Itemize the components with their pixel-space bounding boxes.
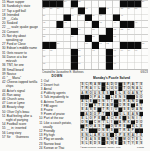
grid-cell[interactable]: 43 xyxy=(64,21,71,28)
solved-letter: A xyxy=(81,91,85,95)
clue-number: 24 xyxy=(64,1,67,3)
solved-letter: E xyxy=(106,129,110,133)
black-square xyxy=(71,63,78,70)
solved-letter: L xyxy=(85,141,89,145)
grid-cell[interactable]: 24 xyxy=(64,1,71,8)
clue-number: 57 xyxy=(92,35,95,37)
solved-letter: R xyxy=(122,129,126,133)
solved-letter: H xyxy=(97,120,101,124)
solved-letter: I xyxy=(110,108,114,112)
solved-letter: T xyxy=(122,87,126,91)
solved-letter: O xyxy=(89,124,93,128)
solved-letter: P xyxy=(131,129,135,133)
grid-cell[interactable] xyxy=(141,63,148,70)
clue-number: 55 xyxy=(43,35,46,37)
clue-51: 51 Bad feeling after a night of partying xyxy=(1,113,38,121)
grid-cell[interactable]: 50 xyxy=(78,28,85,35)
grid-cell[interactable]: 34 xyxy=(127,7,134,14)
grid-cell[interactable] xyxy=(141,49,148,56)
black-square xyxy=(106,63,113,70)
solved-letter: E xyxy=(106,141,110,145)
grid-cell[interactable]: 59 xyxy=(57,42,64,49)
clue-number: 28 xyxy=(50,7,53,9)
grid-cell[interactable] xyxy=(141,56,148,63)
grid-cell[interactable]: 70 xyxy=(127,49,134,56)
clue-number: 30 xyxy=(71,7,74,9)
solved-letter: R xyxy=(122,120,126,124)
solved-letter: G xyxy=(118,99,122,103)
solved-letter: N xyxy=(101,129,105,133)
grid-cell[interactable] xyxy=(92,63,99,70)
solved-letter: T xyxy=(101,112,105,116)
grid-cell[interactable] xyxy=(141,14,148,21)
solved-letter: E xyxy=(89,141,93,145)
clue-number: 67 xyxy=(92,49,95,51)
clue-number: 77 xyxy=(113,63,116,65)
grid-cell[interactable]: 69 xyxy=(120,49,127,56)
black-square xyxy=(106,28,113,35)
solved-letter: A xyxy=(135,108,139,112)
clue-number: 39 xyxy=(92,14,95,16)
grid-cell[interactable]: 37 xyxy=(71,14,78,21)
solved-letter: N xyxy=(131,87,135,91)
grid-cell[interactable] xyxy=(113,7,120,14)
solved-letter: A xyxy=(127,129,131,133)
grid-cell[interactable] xyxy=(85,63,92,70)
clue-number: 60 xyxy=(85,42,88,44)
solved-letter: L xyxy=(85,99,89,103)
grid-cell[interactable]: 65 xyxy=(50,49,57,56)
solved-letter: A xyxy=(89,87,93,91)
solved-letter: L xyxy=(139,87,143,91)
grid-cell[interactable] xyxy=(57,63,64,70)
grid-cell[interactable] xyxy=(120,35,127,42)
clue-number: 42 xyxy=(43,21,46,23)
solved-letter: D xyxy=(131,108,135,112)
solved-grid-wrap: SCRAMADOSPATSTRAILLUGTONALAROUSESELEGANT… xyxy=(80,82,143,145)
solved-letter: A xyxy=(85,108,89,112)
solved-letter: L xyxy=(106,87,110,91)
grid-cell[interactable] xyxy=(141,21,148,28)
grid-cell[interactable] xyxy=(64,63,71,70)
clue-number: 27 xyxy=(43,7,46,9)
solved-letter: S xyxy=(106,91,110,95)
clue-42: 42 Cheese-topped tortilla chips xyxy=(1,80,38,88)
clue-number: 53 xyxy=(120,28,123,30)
clue-number: 74 xyxy=(113,56,116,58)
clue-number: 25 xyxy=(78,1,81,3)
black-square xyxy=(71,49,78,56)
grid-cell[interactable]: 76 xyxy=(78,63,85,70)
solved-letter: P xyxy=(118,133,122,137)
grid-cell[interactable] xyxy=(106,14,113,21)
clue-number: 45 xyxy=(99,21,102,23)
clue-25: 25 Not shy about speaking up xyxy=(1,34,38,42)
solved-letter: O xyxy=(127,87,131,91)
clue-number: 65 xyxy=(50,49,53,51)
grid-cell[interactable] xyxy=(134,35,141,42)
clue-number: 50 xyxy=(78,28,81,30)
grid-cell[interactable]: 28 xyxy=(50,7,57,14)
solved-letter: G xyxy=(127,91,131,95)
grid-cell[interactable] xyxy=(127,35,134,42)
clue-24: 24 Korean or Thai xyxy=(38,146,76,150)
solved-letter: H xyxy=(114,116,118,120)
grid-cell[interactable]: 60 xyxy=(85,42,92,49)
crossword-grid[interactable]: 2425262728293031323334353637383940414243… xyxy=(42,0,148,70)
across-clues-column: 15 Have supper16 Sandusky's state17 Tap … xyxy=(1,0,38,150)
clue-number: 43 xyxy=(64,21,67,23)
solved-letter: E xyxy=(135,141,139,145)
grid-cell[interactable]: 39 xyxy=(92,14,99,21)
solved-letter: S xyxy=(97,141,101,145)
grid-cell[interactable]: 49 xyxy=(57,28,64,35)
solved-letter: I xyxy=(101,120,105,124)
solved-letter: Y xyxy=(131,141,135,145)
grid-cell[interactable] xyxy=(50,14,57,21)
solved-letter-cell: S xyxy=(139,141,143,145)
solved-letter: L xyxy=(97,87,101,91)
solved-letter: A xyxy=(81,129,85,133)
grid-cell[interactable] xyxy=(141,28,148,35)
down-clues-column: DOWN 1 Oaf2 Desert fruit3 Aerial4 Public… xyxy=(38,74,76,150)
grid-cell[interactable]: 44 xyxy=(85,21,92,28)
grid-author: Created by Jacqueline E. Mathews xyxy=(42,70,84,73)
solved-letter: E xyxy=(114,141,118,145)
clue-number: 31 xyxy=(85,7,88,9)
solved-letter: T xyxy=(101,108,105,112)
clue-34: 34 Dance at a bar mitzvah xyxy=(1,55,38,63)
clue-number: 41 xyxy=(120,14,123,16)
black-square xyxy=(71,56,78,63)
solved-letter: T xyxy=(85,129,89,133)
grid-cell[interactable] xyxy=(120,63,127,70)
solved-letter: E xyxy=(81,108,85,112)
solved-letter: G xyxy=(114,124,118,128)
grid-cell[interactable] xyxy=(64,49,71,56)
grid-cell[interactable] xyxy=(64,7,71,14)
copyright-wrap: ©2023 Tribune Content Agency, LLC All Ri… xyxy=(80,146,144,151)
solved-letter: C xyxy=(93,120,97,124)
clue-number: 37 xyxy=(71,14,74,16)
clue-number: 51 xyxy=(92,28,95,30)
black-square xyxy=(106,56,113,63)
clue-number: 26 xyxy=(142,1,145,3)
solved-letter: L xyxy=(135,124,139,128)
clue-number: 70 xyxy=(128,49,131,51)
grid-date: 6/6/23 xyxy=(141,70,149,73)
solved-letter: R xyxy=(85,87,89,91)
grid-cell[interactable]: 71 xyxy=(134,49,141,56)
grid-cell[interactable] xyxy=(99,28,106,35)
solved-letter: O xyxy=(139,95,143,99)
grid-cell[interactable]: 77 xyxy=(113,63,120,70)
solved-letter: O xyxy=(114,108,118,112)
solved-letter: N xyxy=(85,120,89,124)
clue-number: 44 xyxy=(85,21,88,23)
solved-letter: N xyxy=(139,108,143,112)
grid-cell[interactable]: 57 xyxy=(92,35,99,42)
grid-cell[interactable] xyxy=(50,21,57,28)
grid-cell[interactable] xyxy=(106,21,113,28)
grid-cell[interactable] xyxy=(85,56,92,63)
solved-letter: O xyxy=(118,103,122,107)
grid-cell[interactable]: 75 xyxy=(43,63,50,70)
solved-letter: R xyxy=(122,99,126,103)
grid-cell[interactable] xyxy=(57,49,64,56)
solved-letter: S xyxy=(110,129,114,133)
solved-letter: N xyxy=(131,116,135,120)
solved-letter: R xyxy=(85,91,89,95)
grid-cell[interactable] xyxy=(50,28,57,35)
grid-cell[interactable] xyxy=(99,1,106,8)
grid-cell[interactable] xyxy=(64,42,71,49)
grid-cell[interactable] xyxy=(99,56,106,63)
solved-letter: W xyxy=(110,141,114,145)
clue-number: 49 xyxy=(57,28,60,30)
grid-cell[interactable] xyxy=(120,56,127,63)
grid-cell[interactable]: 67 xyxy=(92,49,99,56)
clue-number: 33 xyxy=(120,7,123,9)
solved-letter: T xyxy=(118,129,122,133)
grid-cell[interactable] xyxy=(127,63,134,70)
solved-letter: U xyxy=(110,87,114,91)
solved-letter: A xyxy=(118,120,122,124)
crossword-grid-wrap: 2425262728293031323334353637383940414243… xyxy=(42,0,148,70)
solved-letter: L xyxy=(122,112,126,116)
solved-letter: S xyxy=(122,108,126,112)
grid-cell[interactable] xyxy=(64,28,71,35)
clue-number: 69 xyxy=(120,49,123,51)
grid-cell[interactable] xyxy=(50,63,57,70)
grid-cell[interactable]: 38 xyxy=(78,14,85,21)
grid-cell[interactable]: 35 xyxy=(134,7,141,14)
solved-puzzle-title: Monday's Puzzle Solved xyxy=(79,76,144,80)
solved-letter: R xyxy=(106,108,110,112)
grid-cell[interactable] xyxy=(64,35,71,42)
clue-number: 59 xyxy=(57,42,60,44)
clue-number: 62 xyxy=(106,42,109,44)
grid-cell[interactable]: 47 xyxy=(134,21,141,28)
solved-letter: K xyxy=(127,120,131,124)
clue-number: 47 xyxy=(135,21,138,23)
grid-cell[interactable] xyxy=(99,49,106,56)
clue-number: 48 xyxy=(43,28,46,30)
solved-letter: N xyxy=(101,99,105,103)
grid-cell[interactable] xyxy=(113,1,120,8)
clue-number: 72 xyxy=(43,56,46,58)
solved-letter: O xyxy=(81,120,85,124)
clue-number: 64 xyxy=(43,49,46,51)
solved-letter: I xyxy=(106,99,110,103)
clue-number: 36 xyxy=(43,14,46,16)
solved-letter: L xyxy=(106,120,110,124)
grid-cell[interactable] xyxy=(85,49,92,56)
solved-letter: N xyxy=(131,99,135,103)
solved-letter: A xyxy=(93,124,97,128)
solved-letter: A xyxy=(131,91,135,95)
clue-number: 68 xyxy=(113,49,116,51)
solved-letter: T xyxy=(81,87,85,91)
grid-cell[interactable]: 54 xyxy=(127,28,134,35)
solved-letter: D xyxy=(135,99,139,103)
grid-cell[interactable]: 26 xyxy=(141,1,148,8)
solved-letter: G xyxy=(114,87,118,91)
solved-letter: O xyxy=(89,116,93,120)
grid-cell[interactable] xyxy=(50,35,57,42)
solved-letter: A xyxy=(127,99,131,103)
grid-cell[interactable] xyxy=(71,21,78,28)
grid-cell[interactable]: 53 xyxy=(120,28,127,35)
grid-cell[interactable] xyxy=(50,56,57,63)
clue-number: 66 xyxy=(78,49,81,51)
black-square xyxy=(106,49,113,56)
grid-cell[interactable]: 61 xyxy=(99,42,106,49)
grid-cell[interactable] xyxy=(92,1,99,8)
solved-letter: A xyxy=(81,99,85,103)
solved-letter: E xyxy=(139,124,143,128)
grid-cell[interactable] xyxy=(141,7,148,14)
solved-letter: E xyxy=(93,108,97,112)
grid-cell[interactable] xyxy=(99,63,106,70)
clue-number: 58 xyxy=(113,35,116,37)
grid-cell[interactable]: 58 xyxy=(113,35,120,42)
clue-number: 29 xyxy=(57,7,60,9)
clue-number: 40 xyxy=(99,14,102,16)
grid-cell[interactable]: 63 xyxy=(141,42,148,49)
solved-letter: S xyxy=(89,108,93,112)
solved-grid: SCRAMADOSPATSTRAILLUGTONALAROUSESELEGANT… xyxy=(80,82,143,145)
grid-cell[interactable] xyxy=(71,42,78,49)
solved-letter: A xyxy=(135,87,139,91)
solved-letter: I xyxy=(93,87,97,91)
grid-cell[interactable]: 56 xyxy=(71,35,78,42)
clue-number: 34 xyxy=(128,7,131,9)
grid-cell[interactable] xyxy=(134,56,141,63)
solved-letter: S xyxy=(97,99,101,103)
solved-letter: E xyxy=(114,95,118,99)
solved-letter: P xyxy=(93,95,97,99)
solved-date: 6/5/23 xyxy=(137,146,144,151)
grid-cell[interactable]: 45 xyxy=(99,21,106,28)
solved-letter: S xyxy=(81,141,85,145)
clue-number: 76 xyxy=(78,63,81,65)
solved-letter: O xyxy=(139,120,143,124)
grid-cell[interactable] xyxy=(78,35,85,42)
clue-number: 75 xyxy=(43,63,46,65)
grid-cell[interactable] xyxy=(134,63,141,70)
grid-cell[interactable]: 31 xyxy=(85,7,92,14)
solved-letter: T xyxy=(110,99,114,103)
solved-letter: S xyxy=(122,141,126,145)
clue-number: 54 xyxy=(128,28,131,30)
grid-cell[interactable]: 62 xyxy=(106,42,113,49)
clue-57: 57 Sir __ Guinness xyxy=(1,135,38,139)
grid-cell[interactable] xyxy=(134,28,141,35)
grid-cell[interactable] xyxy=(127,14,134,21)
clue-number: 35 xyxy=(135,7,138,9)
clue-number: 73 xyxy=(78,56,81,58)
solved-letter: I xyxy=(110,120,114,124)
solved-letter: D xyxy=(135,120,139,124)
clue-number: 56 xyxy=(71,35,74,37)
copyright-text: ©2023 Tribune Content Agency, LLC All Ri… xyxy=(80,146,121,151)
grid-cell[interactable]: 41 xyxy=(120,14,127,21)
grid-cell[interactable] xyxy=(57,56,64,63)
solved-letter: E xyxy=(89,99,93,103)
grid-cell[interactable] xyxy=(127,56,134,63)
solved-letter: T xyxy=(127,141,131,145)
grid-cell[interactable]: 32 xyxy=(106,7,113,14)
grid-cell[interactable] xyxy=(85,28,92,35)
solved-letter: S xyxy=(139,141,143,145)
clue-number: 46 xyxy=(113,21,116,23)
grid-cell[interactable]: 25 xyxy=(78,1,85,8)
clue-number: 52 xyxy=(113,28,116,30)
clue-number: 32 xyxy=(106,7,109,9)
clue-number: 71 xyxy=(135,49,138,51)
grid-cell[interactable] xyxy=(64,56,71,63)
solved-letter: T xyxy=(97,103,101,107)
clue-11: 11 Like a couch potato, usually xyxy=(38,120,76,128)
clue-number: 38 xyxy=(78,14,81,16)
grid-cell[interactable] xyxy=(92,56,99,63)
solved-letter: G xyxy=(101,133,105,137)
grid-cell[interactable]: 55 xyxy=(43,35,50,42)
grid-cell[interactable] xyxy=(57,14,64,21)
clue-number: 61 xyxy=(99,42,102,44)
solved-letter: E xyxy=(127,108,131,112)
solved-letter: D xyxy=(93,141,97,145)
grid-cell[interactable]: 29 xyxy=(57,7,64,14)
clue-number: 63 xyxy=(142,42,145,44)
solved-letter: O xyxy=(97,129,101,133)
